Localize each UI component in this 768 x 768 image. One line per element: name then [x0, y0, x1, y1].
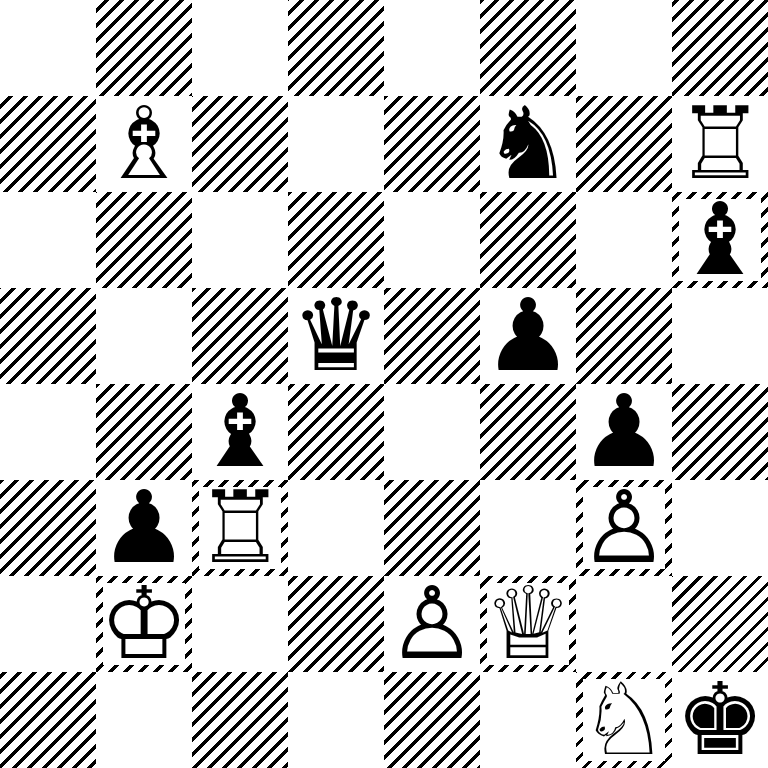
black-pawn-glyph: ♟: [483, 286, 573, 386]
square-b8[interactable]: [96, 0, 192, 96]
square-c6[interactable]: [192, 192, 288, 288]
black-queen-glyph: ♛: [291, 286, 381, 386]
square-f2[interactable]: ♕: [480, 576, 576, 672]
white-rook-glyph: ♖: [675, 94, 765, 194]
square-c2[interactable]: [192, 576, 288, 672]
square-e8[interactable]: [384, 0, 480, 96]
piece-white-pawn[interactable]: ♙: [576, 480, 672, 576]
square-b1[interactable]: [96, 672, 192, 768]
square-d1[interactable]: [288, 672, 384, 768]
square-b2[interactable]: ♔: [96, 576, 192, 672]
piece-black-king[interactable]: ♚: [672, 672, 768, 768]
piece-white-pawn[interactable]: ♙: [384, 576, 480, 672]
square-d2[interactable]: [288, 576, 384, 672]
square-a7[interactable]: [0, 96, 96, 192]
square-f1[interactable]: [480, 672, 576, 768]
black-pawn-glyph: ♟: [579, 382, 669, 482]
square-f3[interactable]: [480, 480, 576, 576]
square-d6[interactable]: [288, 192, 384, 288]
square-g8[interactable]: [576, 0, 672, 96]
piece-black-pawn[interactable]: ♟: [576, 384, 672, 480]
square-g7[interactable]: [576, 96, 672, 192]
square-g2[interactable]: [576, 576, 672, 672]
square-b7[interactable]: ♗: [96, 96, 192, 192]
piece-black-pawn[interactable]: ♟: [96, 480, 192, 576]
square-e1[interactable]: [384, 672, 480, 768]
square-h4[interactable]: [672, 384, 768, 480]
piece-black-queen[interactable]: ♛: [288, 288, 384, 384]
square-c3[interactable]: ♖: [192, 480, 288, 576]
square-a6[interactable]: [0, 192, 96, 288]
square-f4[interactable]: [480, 384, 576, 480]
square-h8[interactable]: [672, 0, 768, 96]
square-h5[interactable]: [672, 288, 768, 384]
square-e4[interactable]: [384, 384, 480, 480]
square-g1[interactable]: ♘: [576, 672, 672, 768]
square-a4[interactable]: [0, 384, 96, 480]
piece-white-bishop[interactable]: ♗: [96, 96, 192, 192]
square-f5[interactable]: ♟: [480, 288, 576, 384]
square-g5[interactable]: [576, 288, 672, 384]
square-e5[interactable]: [384, 288, 480, 384]
square-f8[interactable]: [480, 0, 576, 96]
square-h2[interactable]: [672, 576, 768, 672]
square-c7[interactable]: [192, 96, 288, 192]
square-c4[interactable]: ♝: [192, 384, 288, 480]
square-a1[interactable]: [0, 672, 96, 768]
piece-white-knight[interactable]: ♘: [576, 672, 672, 768]
square-g4[interactable]: ♟: [576, 384, 672, 480]
white-knight-glyph: ♘: [579, 670, 669, 768]
square-d3[interactable]: [288, 480, 384, 576]
piece-black-bishop[interactable]: ♝: [192, 384, 288, 480]
white-king-glyph: ♔: [99, 574, 189, 674]
square-g3[interactable]: ♙: [576, 480, 672, 576]
square-a5[interactable]: [0, 288, 96, 384]
square-h1[interactable]: ♚: [672, 672, 768, 768]
piece-white-rook[interactable]: ♖: [192, 480, 288, 576]
black-bishop-glyph: ♝: [675, 190, 765, 290]
square-g6[interactable]: [576, 192, 672, 288]
white-bishop-glyph: ♗: [99, 94, 189, 194]
black-pawn-glyph: ♟: [99, 478, 189, 578]
square-b6[interactable]: [96, 192, 192, 288]
square-d5[interactable]: ♛: [288, 288, 384, 384]
black-knight-glyph: ♞: [483, 94, 573, 194]
square-h3[interactable]: [672, 480, 768, 576]
square-c5[interactable]: [192, 288, 288, 384]
square-b4[interactable]: [96, 384, 192, 480]
square-h7[interactable]: ♖: [672, 96, 768, 192]
square-b5[interactable]: [96, 288, 192, 384]
white-pawn-glyph: ♙: [387, 574, 477, 674]
square-h6[interactable]: ♝: [672, 192, 768, 288]
square-a2[interactable]: [0, 576, 96, 672]
square-e7[interactable]: [384, 96, 480, 192]
square-e2[interactable]: ♙: [384, 576, 480, 672]
piece-white-queen[interactable]: ♕: [480, 576, 576, 672]
square-e3[interactable]: [384, 480, 480, 576]
black-king-glyph: ♚: [675, 670, 765, 768]
square-a8[interactable]: [0, 0, 96, 96]
square-d4[interactable]: [288, 384, 384, 480]
square-d8[interactable]: [288, 0, 384, 96]
chessboard: ♗♞♖♝♛♟♝♟♟♖♙♔♙♕♘♚: [0, 0, 768, 768]
square-c1[interactable]: [192, 672, 288, 768]
white-pawn-glyph: ♙: [579, 478, 669, 578]
piece-black-knight[interactable]: ♞: [480, 96, 576, 192]
square-a3[interactable]: [0, 480, 96, 576]
square-f6[interactable]: [480, 192, 576, 288]
piece-white-rook[interactable]: ♖: [672, 96, 768, 192]
square-c8[interactable]: [192, 0, 288, 96]
square-b3[interactable]: ♟: [96, 480, 192, 576]
piece-black-bishop[interactable]: ♝: [672, 192, 768, 288]
piece-white-king[interactable]: ♔: [96, 576, 192, 672]
square-d7[interactable]: [288, 96, 384, 192]
white-queen-glyph: ♕: [483, 574, 573, 674]
square-f7[interactable]: ♞: [480, 96, 576, 192]
piece-black-pawn[interactable]: ♟: [480, 288, 576, 384]
black-bishop-glyph: ♝: [195, 382, 285, 482]
square-e6[interactable]: [384, 192, 480, 288]
white-rook-glyph: ♖: [195, 478, 285, 578]
